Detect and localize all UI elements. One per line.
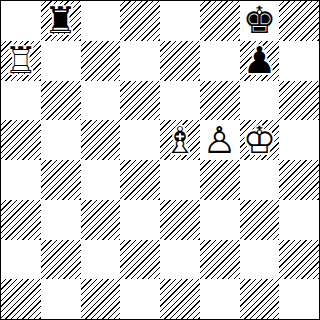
square-f5[interactable]: ♟♙ bbox=[200, 120, 240, 160]
white-rook-halo: ♜ bbox=[1, 41, 41, 81]
square-h5[interactable] bbox=[279, 120, 319, 160]
square-b8[interactable]: ♜♜ bbox=[41, 1, 81, 41]
square-g3[interactable] bbox=[240, 200, 280, 240]
square-a6[interactable] bbox=[1, 81, 41, 121]
square-a1[interactable] bbox=[1, 279, 41, 319]
white-pawn-piece: ♙ bbox=[200, 120, 240, 160]
square-h7[interactable] bbox=[279, 41, 319, 81]
square-a5[interactable] bbox=[1, 120, 41, 160]
square-c3[interactable] bbox=[81, 200, 121, 240]
square-g6[interactable] bbox=[240, 81, 280, 121]
square-c7[interactable] bbox=[81, 41, 121, 81]
square-e4[interactable] bbox=[160, 160, 200, 200]
square-f8[interactable] bbox=[200, 1, 240, 41]
square-b4[interactable] bbox=[41, 160, 81, 200]
square-a4[interactable] bbox=[1, 160, 41, 200]
black-pawn-piece: ♟ bbox=[240, 41, 280, 81]
square-c5[interactable] bbox=[81, 120, 121, 160]
square-d5[interactable] bbox=[120, 120, 160, 160]
square-e6[interactable] bbox=[160, 81, 200, 121]
square-c1[interactable] bbox=[81, 279, 121, 319]
square-h1[interactable] bbox=[279, 279, 319, 319]
square-b2[interactable] bbox=[41, 240, 81, 280]
square-c4[interactable] bbox=[81, 160, 121, 200]
square-e7[interactable] bbox=[160, 41, 200, 81]
square-g4[interactable] bbox=[240, 160, 280, 200]
square-d4[interactable] bbox=[120, 160, 160, 200]
square-g1[interactable] bbox=[240, 279, 280, 319]
square-e5[interactable]: ♝♗ bbox=[160, 120, 200, 160]
white-king-piece: ♔ bbox=[240, 120, 280, 160]
square-h6[interactable] bbox=[279, 81, 319, 121]
square-d7[interactable] bbox=[120, 41, 160, 81]
square-a8[interactable] bbox=[1, 1, 41, 41]
square-g8[interactable]: ♚♚ bbox=[240, 1, 280, 41]
square-g2[interactable] bbox=[240, 240, 280, 280]
square-f2[interactable] bbox=[200, 240, 240, 280]
square-b7[interactable] bbox=[41, 41, 81, 81]
square-h8[interactable] bbox=[279, 1, 319, 41]
square-f6[interactable] bbox=[200, 81, 240, 121]
square-d1[interactable] bbox=[120, 279, 160, 319]
black-rook-piece: ♜ bbox=[41, 1, 81, 41]
square-a3[interactable] bbox=[1, 200, 41, 240]
square-f1[interactable] bbox=[200, 279, 240, 319]
square-g7[interactable]: ♟♟ bbox=[240, 41, 280, 81]
square-d6[interactable] bbox=[120, 81, 160, 121]
square-b5[interactable] bbox=[41, 120, 81, 160]
square-d2[interactable] bbox=[120, 240, 160, 280]
square-e1[interactable] bbox=[160, 279, 200, 319]
white-bishop-halo: ♝ bbox=[160, 120, 200, 160]
square-c6[interactable] bbox=[81, 81, 121, 121]
square-a2[interactable] bbox=[1, 240, 41, 280]
white-pawn-halo: ♟ bbox=[200, 120, 240, 160]
square-b1[interactable] bbox=[41, 279, 81, 319]
square-f4[interactable] bbox=[200, 160, 240, 200]
square-f7[interactable] bbox=[200, 41, 240, 81]
black-pawn-halo: ♟ bbox=[240, 41, 280, 81]
square-c8[interactable] bbox=[81, 1, 121, 41]
chess-board: ♜♜♚♚♜♖♟♟♝♗♟♙♚♔ bbox=[0, 0, 320, 320]
square-e8[interactable] bbox=[160, 1, 200, 41]
square-d8[interactable] bbox=[120, 1, 160, 41]
square-e2[interactable] bbox=[160, 240, 200, 280]
white-rook-piece: ♖ bbox=[1, 41, 41, 81]
square-d3[interactable] bbox=[120, 200, 160, 240]
square-h4[interactable] bbox=[279, 160, 319, 200]
black-king-piece: ♚ bbox=[240, 1, 280, 41]
square-e3[interactable] bbox=[160, 200, 200, 240]
square-b3[interactable] bbox=[41, 200, 81, 240]
white-bishop-piece: ♗ bbox=[160, 120, 200, 160]
square-b6[interactable] bbox=[41, 81, 81, 121]
square-c2[interactable] bbox=[81, 240, 121, 280]
square-g5[interactable]: ♚♔ bbox=[240, 120, 280, 160]
black-rook-halo: ♜ bbox=[41, 1, 81, 41]
white-king-halo: ♚ bbox=[240, 120, 280, 160]
square-h3[interactable] bbox=[279, 200, 319, 240]
black-king-halo: ♚ bbox=[240, 1, 280, 41]
square-h2[interactable] bbox=[279, 240, 319, 280]
square-a7[interactable]: ♜♖ bbox=[1, 41, 41, 81]
square-f3[interactable] bbox=[200, 200, 240, 240]
